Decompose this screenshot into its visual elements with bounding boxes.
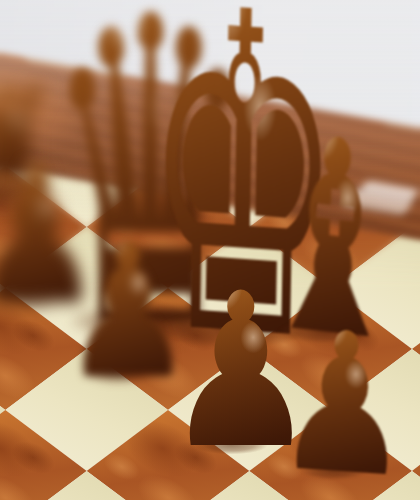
piece-queen: ♛	[0, 0, 420, 500]
pawn-glyph: ♟	[165, 265, 318, 478]
piece-shadow	[288, 459, 380, 483]
queen-glyph: ♛	[43, 0, 256, 388]
piece-shadow	[0, 290, 72, 313]
piece-shadow	[74, 364, 162, 387]
piece-shadow	[260, 315, 388, 348]
piece-pawn-far-left: ♟	[0, 0, 420, 500]
piece-rook-far-left: ♜	[0, 0, 420, 500]
piece-shadow	[38, 295, 241, 347]
piece-pawn-front: ♟	[0, 0, 420, 500]
king-glyph: ♚	[140, 0, 346, 405]
chess-photo-stage: ♜♟♛♚♝♟♟♟	[0, 0, 420, 500]
piece-shadow	[0, 190, 35, 209]
piece-bishop: ♝	[0, 0, 420, 500]
piece-shadow	[127, 302, 338, 356]
piece-shadow	[180, 432, 282, 458]
bishop-glyph: ♝	[254, 97, 414, 381]
pawn-glyph: ♟	[0, 142, 104, 332]
piece-pawn-left: ♟	[0, 0, 420, 500]
piece-pawn-right: ♟	[0, 0, 420, 500]
pawn-glyph: ♟	[273, 304, 416, 500]
pawn-glyph: ♟	[62, 220, 195, 405]
pieces-layer: ♜♟♛♚♝♟♟♟	[0, 0, 420, 500]
piece-king: ♚	[0, 0, 420, 500]
rook-glyph: ♜	[0, 68, 64, 223]
